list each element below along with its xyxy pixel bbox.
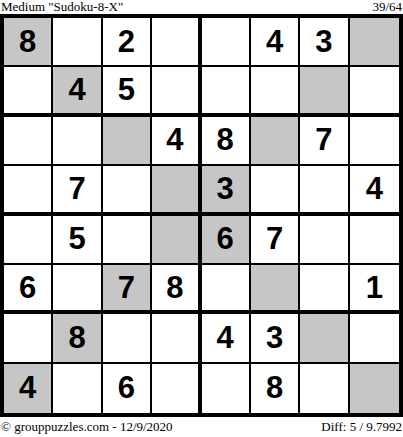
footer: © grouppuzzles.com - 12/9/2020 Diff: 5 /… [0, 417, 403, 437]
sudoku-cell-r7c7[interactable] [300, 314, 349, 363]
sudoku-cell-r4c6[interactable] [251, 166, 300, 215]
sudoku-cell-r8c8[interactable] [350, 364, 399, 413]
sudoku-cell-r3c1[interactable] [4, 117, 53, 166]
sudoku-cell-r8c4[interactable] [152, 364, 201, 413]
sudoku-cell-r4c8[interactable]: 4 [350, 166, 399, 215]
sudoku-cell-r2c3[interactable]: 5 [103, 67, 152, 116]
puzzle-title: Medium "Sudoku-8-X" [1, 0, 123, 13]
sudoku-cell-r6c8[interactable]: 1 [350, 265, 399, 314]
sudoku-cell-r3c7[interactable]: 7 [300, 117, 349, 166]
sudoku-cell-r5c7[interactable] [300, 216, 349, 265]
sudoku-cell-r5c4[interactable] [152, 216, 201, 265]
sudoku-cell-r1c4[interactable] [152, 18, 201, 67]
sudoku-cell-r2c8[interactable] [350, 67, 399, 116]
sudoku-cell-r4c2[interactable]: 7 [53, 166, 102, 215]
sudoku-cell-r2c7[interactable] [300, 67, 349, 116]
sudoku-cell-r7c1[interactable] [4, 314, 53, 363]
sudoku-cell-r3c6[interactable] [251, 117, 300, 166]
sudoku-cell-r1c3[interactable]: 2 [103, 18, 152, 67]
sudoku-cell-r4c7[interactable] [300, 166, 349, 215]
sudoku-cell-r3c5[interactable]: 8 [202, 117, 251, 166]
sudoku-cell-r7c5[interactable]: 4 [202, 314, 251, 363]
sudoku-cell-r5c5[interactable]: 6 [202, 216, 251, 265]
sudoku-cell-r6c2[interactable] [53, 265, 102, 314]
sudoku-cell-r6c4[interactable]: 8 [152, 265, 201, 314]
sudoku-board: 8243454877345676781843468 [0, 14, 403, 417]
header: Medium "Sudoku-8-X" 39/64 [0, 0, 403, 14]
sudoku-cell-r1c5[interactable] [202, 18, 251, 67]
sudoku-cell-r7c2[interactable]: 8 [53, 314, 102, 363]
sudoku-cell-r1c2[interactable] [53, 18, 102, 67]
sudoku-cell-r7c4[interactable] [152, 314, 201, 363]
sudoku-cell-r3c2[interactable] [53, 117, 102, 166]
sudoku-cell-r5c1[interactable] [4, 216, 53, 265]
sudoku-cell-r2c6[interactable] [251, 67, 300, 116]
copyright-text: © grouppuzzles.com - 12/9/2020 [1, 419, 173, 434]
sudoku-cell-r6c7[interactable] [300, 265, 349, 314]
sudoku-cell-r5c6[interactable]: 7 [251, 216, 300, 265]
sudoku-cell-r1c7[interactable]: 3 [300, 18, 349, 67]
sudoku-cell-r6c3[interactable]: 7 [103, 265, 152, 314]
sudoku-cell-r7c8[interactable] [350, 314, 399, 363]
sudoku-cell-r2c4[interactable] [152, 67, 201, 116]
sudoku-cell-r3c3[interactable] [103, 117, 152, 166]
sudoku-cell-r1c6[interactable]: 4 [251, 18, 300, 67]
remaining-counter: 39/64 [372, 0, 402, 13]
sudoku-cell-r6c5[interactable] [202, 265, 251, 314]
sudoku-cell-r8c3[interactable]: 6 [103, 364, 152, 413]
sudoku-cell-r2c5[interactable] [202, 67, 251, 116]
sudoku-cell-r1c8[interactable] [350, 18, 399, 67]
sudoku-cell-r3c8[interactable] [350, 117, 399, 166]
sudoku-cell-r8c5[interactable] [202, 364, 251, 413]
sudoku-cell-r8c7[interactable] [300, 364, 349, 413]
sudoku-cell-r7c3[interactable] [103, 314, 152, 363]
sudoku-cell-r6c6[interactable] [251, 265, 300, 314]
sudoku-cell-r8c2[interactable] [53, 364, 102, 413]
sudoku-cell-r4c5[interactable]: 3 [202, 166, 251, 215]
sudoku-cell-r5c3[interactable] [103, 216, 152, 265]
sudoku-cell-r3c4[interactable]: 4 [152, 117, 201, 166]
sudoku-cell-r4c4[interactable] [152, 166, 201, 215]
sudoku-page: Medium "Sudoku-8-X" 39/64 82434548773456… [0, 0, 403, 437]
sudoku-cell-r4c3[interactable] [103, 166, 152, 215]
sudoku-cell-r2c2[interactable]: 4 [53, 67, 102, 116]
sudoku-cell-r5c2[interactable]: 5 [53, 216, 102, 265]
sudoku-cell-r2c1[interactable] [4, 67, 53, 116]
sudoku-cell-r5c8[interactable] [350, 216, 399, 265]
difficulty-text: Diff: 5 / 9.7992 [321, 419, 402, 434]
sudoku-cell-r8c1[interactable]: 4 [4, 364, 53, 413]
sudoku-cell-r8c6[interactable]: 8 [251, 364, 300, 413]
sudoku-cell-r7c6[interactable]: 3 [251, 314, 300, 363]
sudoku-cell-r1c1[interactable]: 8 [4, 18, 53, 67]
sudoku-cell-r4c1[interactable] [4, 166, 53, 215]
sudoku-cell-r6c1[interactable]: 6 [4, 265, 53, 314]
